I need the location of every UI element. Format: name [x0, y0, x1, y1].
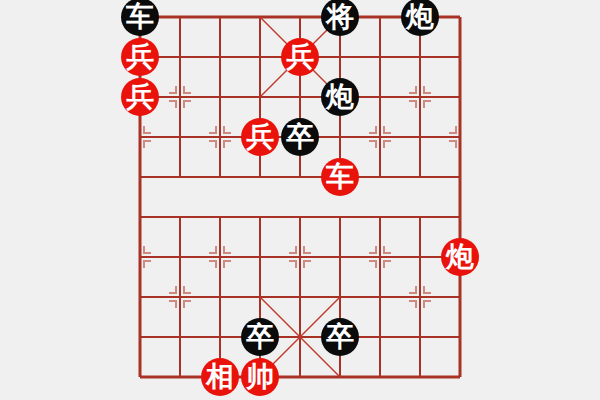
- black-chariot-piece[interactable]: 车: [121, 0, 159, 36]
- black-cannon-piece[interactable]: 炮: [401, 0, 439, 36]
- red-cannon-piece[interactable]: 炮: [441, 238, 479, 276]
- piece-grid: 车将炮兵兵兵炮兵卒车炮卒卒相帅: [120, 0, 480, 397]
- red-soldier-piece[interactable]: 兵: [121, 38, 159, 76]
- red-elephant-piece[interactable]: 相: [201, 358, 239, 396]
- black-soldier-piece[interactable]: 卒: [241, 318, 279, 356]
- black-cannon-piece[interactable]: 炮: [321, 78, 359, 116]
- red-chariot-piece[interactable]: 车: [321, 158, 359, 196]
- red-soldier-piece[interactable]: 兵: [121, 78, 159, 116]
- black-soldier-piece[interactable]: 卒: [321, 318, 359, 356]
- xiangqi-board: 车将炮兵兵兵炮兵卒车炮卒卒相帅: [0, 0, 600, 400]
- red-soldier-piece[interactable]: 兵: [241, 118, 279, 156]
- black-general-piece[interactable]: 将: [321, 0, 359, 36]
- red-general-piece[interactable]: 帅: [241, 358, 279, 396]
- black-soldier-piece[interactable]: 卒: [281, 118, 319, 156]
- red-soldier-piece[interactable]: 兵: [281, 38, 319, 76]
